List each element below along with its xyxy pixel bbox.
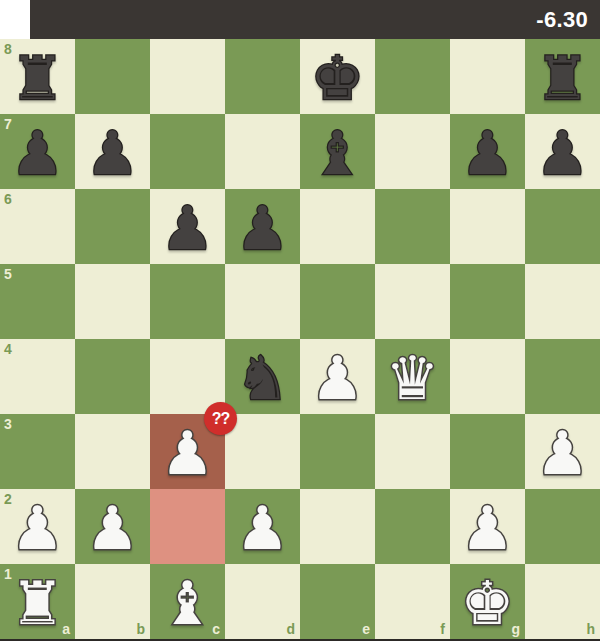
- square-c1[interactable]: c♝: [150, 564, 225, 639]
- square-b5[interactable]: [75, 264, 150, 339]
- square-f4[interactable]: ♛: [375, 339, 450, 414]
- square-h1[interactable]: h: [525, 564, 600, 639]
- file-label-e: e: [362, 622, 370, 636]
- square-e7[interactable]: ♝: [300, 114, 375, 189]
- square-f2[interactable]: [375, 489, 450, 564]
- square-a4[interactable]: 4: [0, 339, 75, 414]
- file-label-b: b: [136, 622, 145, 636]
- square-c2[interactable]: [150, 489, 225, 564]
- square-h6[interactable]: [525, 189, 600, 264]
- chess-board: 8♜♚♜7♟♟♝♟♟6♟♟54♞♟♛3♟♟2♟♟♟♟1a♜bc♝defg♚h: [0, 39, 600, 639]
- rank-label-4: 4: [4, 342, 12, 356]
- square-e6[interactable]: [300, 189, 375, 264]
- status-bar-corner: [0, 0, 30, 39]
- square-h8[interactable]: ♜: [525, 39, 600, 114]
- black-pawn[interactable]: ♟: [525, 114, 600, 189]
- square-d5[interactable]: [225, 264, 300, 339]
- square-e4[interactable]: ♟: [300, 339, 375, 414]
- black-rook[interactable]: ♜: [525, 39, 600, 114]
- white-pawn[interactable]: ♟: [450, 489, 525, 564]
- white-rook[interactable]: ♜: [0, 564, 75, 639]
- square-g2[interactable]: ♟: [450, 489, 525, 564]
- square-f8[interactable]: [375, 39, 450, 114]
- square-h7[interactable]: ♟: [525, 114, 600, 189]
- square-e2[interactable]: [300, 489, 375, 564]
- square-d3[interactable]: [225, 414, 300, 489]
- square-b7[interactable]: ♟: [75, 114, 150, 189]
- blunder-badge: ??: [204, 402, 237, 435]
- black-pawn[interactable]: ♟: [225, 189, 300, 264]
- square-a5[interactable]: 5: [0, 264, 75, 339]
- square-g4[interactable]: [450, 339, 525, 414]
- square-f1[interactable]: f: [375, 564, 450, 639]
- white-king[interactable]: ♚: [450, 564, 525, 639]
- square-c8[interactable]: [150, 39, 225, 114]
- square-a3[interactable]: 3: [0, 414, 75, 489]
- square-a2[interactable]: 2♟: [0, 489, 75, 564]
- rank-label-5: 5: [4, 267, 12, 281]
- square-c5[interactable]: [150, 264, 225, 339]
- black-pawn[interactable]: ♟: [75, 114, 150, 189]
- white-bishop[interactable]: ♝: [150, 564, 225, 639]
- square-e1[interactable]: e: [300, 564, 375, 639]
- black-pawn[interactable]: ♟: [150, 189, 225, 264]
- black-pawn[interactable]: ♟: [0, 114, 75, 189]
- white-pawn[interactable]: ♟: [0, 489, 75, 564]
- blunder-badge-label: ??: [212, 410, 230, 427]
- file-label-h: h: [586, 622, 595, 636]
- chess-app-screen: -6.30 8♜♚♜7♟♟♝♟♟6♟♟54♞♟♛3♟♟2♟♟♟♟1a♜bc♝de…: [0, 0, 600, 641]
- square-b8[interactable]: [75, 39, 150, 114]
- file-label-d: d: [286, 622, 295, 636]
- white-pawn[interactable]: ♟: [300, 339, 375, 414]
- square-g6[interactable]: [450, 189, 525, 264]
- white-queen[interactable]: ♛: [375, 339, 450, 414]
- square-b3[interactable]: [75, 414, 150, 489]
- rank-label-3: 3: [4, 417, 12, 431]
- square-e5[interactable]: [300, 264, 375, 339]
- square-g7[interactable]: ♟: [450, 114, 525, 189]
- evaluation-score: -6.30: [536, 0, 600, 39]
- square-g5[interactable]: [450, 264, 525, 339]
- black-pawn[interactable]: ♟: [450, 114, 525, 189]
- white-pawn[interactable]: ♟: [525, 414, 600, 489]
- square-d1[interactable]: d: [225, 564, 300, 639]
- square-h5[interactable]: [525, 264, 600, 339]
- square-a8[interactable]: 8♜: [0, 39, 75, 114]
- square-h4[interactable]: [525, 339, 600, 414]
- square-d6[interactable]: ♟: [225, 189, 300, 264]
- black-bishop[interactable]: ♝: [300, 114, 375, 189]
- square-a6[interactable]: 6: [0, 189, 75, 264]
- square-g8[interactable]: [450, 39, 525, 114]
- rank-label-6: 6: [4, 192, 12, 206]
- square-g1[interactable]: g♚: [450, 564, 525, 639]
- square-d2[interactable]: ♟: [225, 489, 300, 564]
- square-f3[interactable]: [375, 414, 450, 489]
- square-h2[interactable]: [525, 489, 600, 564]
- square-c7[interactable]: [150, 114, 225, 189]
- square-d4[interactable]: ♞: [225, 339, 300, 414]
- file-label-f: f: [440, 622, 445, 636]
- square-b1[interactable]: b: [75, 564, 150, 639]
- square-e3[interactable]: [300, 414, 375, 489]
- white-pawn[interactable]: ♟: [75, 489, 150, 564]
- square-f6[interactable]: [375, 189, 450, 264]
- black-knight[interactable]: ♞: [225, 339, 300, 414]
- square-c6[interactable]: ♟: [150, 189, 225, 264]
- square-d8[interactable]: [225, 39, 300, 114]
- square-b2[interactable]: ♟: [75, 489, 150, 564]
- square-f5[interactable]: [375, 264, 450, 339]
- square-a7[interactable]: 7♟: [0, 114, 75, 189]
- square-b6[interactable]: [75, 189, 150, 264]
- evaluation-header: -6.30: [0, 0, 600, 39]
- black-rook[interactable]: ♜: [0, 39, 75, 114]
- square-h3[interactable]: ♟: [525, 414, 600, 489]
- square-f7[interactable]: [375, 114, 450, 189]
- square-d7[interactable]: [225, 114, 300, 189]
- square-e8[interactable]: ♚: [300, 39, 375, 114]
- square-a1[interactable]: 1a♜: [0, 564, 75, 639]
- square-g3[interactable]: [450, 414, 525, 489]
- black-king[interactable]: ♚: [300, 39, 375, 114]
- white-pawn[interactable]: ♟: [225, 489, 300, 564]
- square-b4[interactable]: [75, 339, 150, 414]
